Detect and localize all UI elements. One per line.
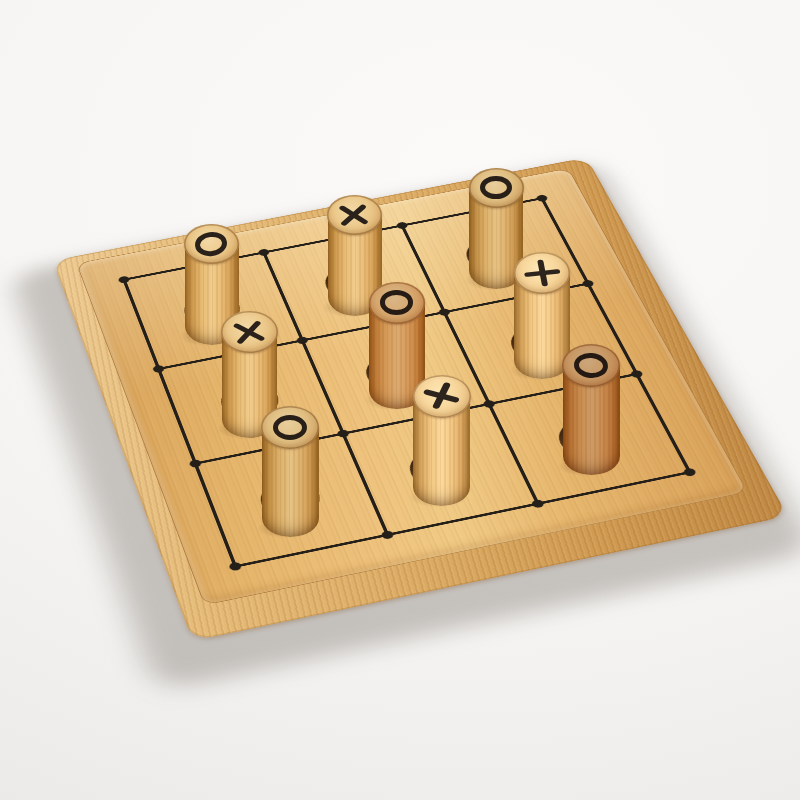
peg-o-r2c0[interactable]: [261, 406, 319, 537]
peg-top-face: [369, 282, 426, 324]
x-mark-icon: [418, 379, 466, 414]
x-mark-icon: [229, 317, 270, 347]
peg-x-r2c1[interactable]: [413, 375, 471, 506]
peg-top-face: [221, 311, 278, 353]
o-mark-icon: [194, 230, 229, 258]
product-photo-scene: [0, 0, 800, 800]
o-mark-icon: [273, 415, 307, 440]
x-mark-icon: [336, 202, 373, 229]
o-mark-icon: [573, 352, 609, 380]
peg-o-r2c2[interactable]: [562, 344, 620, 475]
x-mark-icon: [518, 255, 567, 291]
peg-top-face: [469, 168, 524, 208]
o-mark-icon: [380, 290, 413, 314]
pegs-layer: [0, 0, 800, 800]
o-mark-icon: [480, 176, 512, 200]
peg-top-face: [184, 224, 239, 264]
peg-top-face: [261, 406, 319, 449]
peg-top-face: [413, 375, 471, 418]
